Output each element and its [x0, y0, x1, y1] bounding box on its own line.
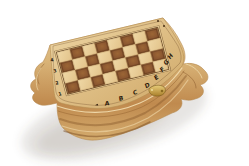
hinge-screw-2	[163, 25, 165, 27]
file-label-a: A	[105, 99, 110, 107]
hinge-screw-1	[157, 20, 159, 22]
chess-box-render	[0, 0, 249, 166]
product-photo: ABCDEFGH1234	[0, 0, 249, 166]
brass-latch	[149, 85, 166, 96]
file-label-b: B	[118, 94, 123, 102]
